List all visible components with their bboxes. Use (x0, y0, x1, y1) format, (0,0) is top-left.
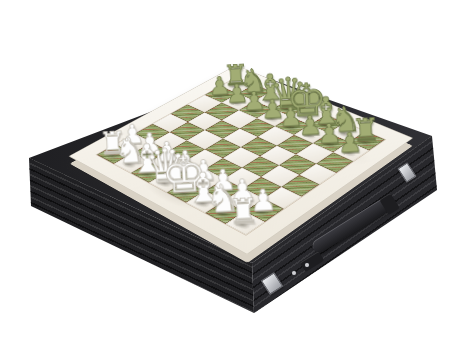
perspective-wrapper: ♜♞♝♛♚♝♞♜♟♟♟♟♟♟♟♟♟♟♟♟♟♟♟♟♜♞♝♛♚♝♞♜ (0, 0, 450, 338)
rivet-icon (305, 263, 309, 267)
product-photo-chess-set: ♜♞♝♛♚♝♞♜♟♟♟♟♟♟♟♟♟♟♟♟♟♟♟♟♜♞♝♛♚♝♞♜ (0, 0, 450, 338)
rivet-icon (292, 271, 296, 275)
board-grid: ♜♞♝♛♚♝♞♜♟♟♟♟♟♟♟♟♟♟♟♟♟♟♟♟♜♞♝♛♚♝♞♜ (97, 77, 385, 235)
square-h1[interactable]: ♜ (225, 211, 265, 235)
board-scene: ♜♞♝♛♚♝♞♜♟♟♟♟♟♟♟♟♟♟♟♟♟♟♟♟♜♞♝♛♚♝♞♜ (0, 0, 450, 338)
